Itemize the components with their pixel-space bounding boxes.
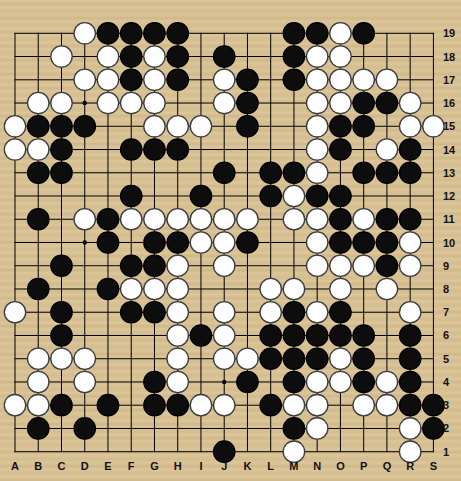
stone-black-F12[interactable] (121, 185, 142, 206)
stone-white-C18[interactable] (51, 46, 72, 67)
stone-black-M17[interactable] (283, 69, 304, 90)
stone-white-P9[interactable] (353, 255, 374, 276)
column-label: K (243, 460, 251, 472)
row-label: 7 (443, 306, 449, 318)
stone-white-O9[interactable] (330, 255, 351, 276)
stone-black-O6[interactable] (330, 325, 351, 346)
row-label: 1 (443, 446, 449, 458)
stone-black-G4[interactable] (144, 371, 165, 392)
stone-white-I10[interactable] (190, 232, 211, 253)
stone-white-N13[interactable] (306, 162, 327, 183)
stone-black-K17[interactable] (237, 69, 258, 90)
stone-white-N11[interactable] (306, 209, 327, 230)
stone-black-S3[interactable] (423, 395, 444, 416)
stone-black-Q9[interactable] (376, 255, 397, 276)
stone-black-N5[interactable] (306, 348, 327, 369)
stone-black-O12[interactable] (330, 185, 351, 206)
stone-black-B13[interactable] (28, 162, 49, 183)
stone-white-D11[interactable] (74, 209, 95, 230)
stone-white-D5[interactable] (74, 348, 95, 369)
stone-white-F8[interactable] (121, 278, 142, 299)
stone-black-G14[interactable] (144, 139, 165, 160)
stone-black-N19[interactable] (306, 23, 327, 44)
stone-black-P10[interactable] (353, 232, 374, 253)
stone-white-N16[interactable] (306, 92, 327, 113)
stone-black-F14[interactable] (121, 139, 142, 160)
stone-black-H14[interactable] (167, 139, 188, 160)
stone-black-R4[interactable] (399, 371, 420, 392)
stone-black-D15[interactable] (74, 116, 95, 137)
stone-white-N10[interactable] (306, 232, 327, 253)
stone-white-Q14[interactable] (376, 139, 397, 160)
column-label: P (360, 460, 367, 472)
stone-black-Q16[interactable] (376, 92, 397, 113)
stone-white-K11[interactable] (237, 209, 258, 230)
row-label: 19 (443, 27, 455, 39)
stone-white-B4[interactable] (28, 371, 49, 392)
stone-black-I6[interactable] (190, 325, 211, 346)
stone-black-J18[interactable] (214, 46, 235, 67)
stone-white-I15[interactable] (190, 116, 211, 137)
row-label: 16 (443, 97, 455, 109)
column-label: G (150, 460, 159, 472)
stone-black-H3[interactable] (167, 395, 188, 416)
stone-white-B5[interactable] (28, 348, 49, 369)
stone-white-R7[interactable] (399, 302, 420, 323)
stone-black-Q11[interactable] (376, 209, 397, 230)
stone-black-P4[interactable] (353, 371, 374, 392)
stone-white-N3[interactable] (306, 395, 327, 416)
stone-black-H17[interactable] (167, 69, 188, 90)
row-label: 14 (443, 144, 456, 156)
stone-white-H5[interactable] (167, 348, 188, 369)
column-labels: ABCDEFGHIJKLMNOPQRS (11, 460, 437, 472)
stone-black-K15[interactable] (237, 116, 258, 137)
stone-white-I3[interactable] (190, 395, 211, 416)
stone-black-F19[interactable] (121, 23, 142, 44)
stone-white-J10[interactable] (214, 232, 235, 253)
stone-black-G10[interactable] (144, 232, 165, 253)
stone-black-G7[interactable] (144, 302, 165, 323)
stone-black-G9[interactable] (144, 255, 165, 276)
stone-black-F7[interactable] (121, 302, 142, 323)
stone-white-O5[interactable] (330, 348, 351, 369)
stone-black-M19[interactable] (283, 23, 304, 44)
stone-black-E10[interactable] (97, 232, 118, 253)
stone-black-P16[interactable] (353, 92, 374, 113)
stone-white-N9[interactable] (306, 255, 327, 276)
stone-black-R13[interactable] (399, 162, 420, 183)
stone-white-D19[interactable] (74, 23, 95, 44)
stone-white-R2[interactable] (399, 418, 420, 439)
stone-black-C3[interactable] (51, 395, 72, 416)
stone-black-L13[interactable] (260, 162, 281, 183)
stone-white-J9[interactable] (214, 255, 235, 276)
stone-white-H11[interactable] (167, 209, 188, 230)
column-label: D (81, 460, 89, 472)
stone-white-A3[interactable] (4, 395, 25, 416)
stone-black-P5[interactable] (353, 348, 374, 369)
row-label: 3 (443, 399, 449, 411)
stone-white-F11[interactable] (121, 209, 142, 230)
stone-white-M8[interactable] (283, 278, 304, 299)
stone-white-S15[interactable] (423, 116, 444, 137)
stone-black-B11[interactable] (28, 209, 49, 230)
stone-white-O17[interactable] (330, 69, 351, 90)
stone-black-G3[interactable] (144, 395, 165, 416)
row-label: 8 (443, 283, 449, 295)
stone-white-O16[interactable] (330, 92, 351, 113)
stone-black-M18[interactable] (283, 46, 304, 67)
stone-black-Q10[interactable] (376, 232, 397, 253)
stone-black-C6[interactable] (51, 325, 72, 346)
stone-black-K16[interactable] (237, 92, 258, 113)
stone-white-H6[interactable] (167, 325, 188, 346)
stone-black-R11[interactable] (399, 209, 420, 230)
stone-white-M12[interactable] (283, 185, 304, 206)
stone-white-B14[interactable] (28, 139, 49, 160)
stone-black-E8[interactable] (97, 278, 118, 299)
stone-white-G18[interactable] (144, 46, 165, 67)
stone-white-C5[interactable] (51, 348, 72, 369)
stone-white-J3[interactable] (214, 395, 235, 416)
stone-white-P3[interactable] (353, 395, 374, 416)
stone-white-E18[interactable] (97, 46, 118, 67)
row-label: 12 (443, 190, 455, 202)
stone-black-C9[interactable] (51, 255, 72, 276)
stone-white-G15[interactable] (144, 116, 165, 137)
stone-white-J7[interactable] (214, 302, 235, 323)
stone-black-H19[interactable] (167, 23, 188, 44)
column-label: O (336, 460, 345, 472)
column-label: S (430, 460, 437, 472)
stone-black-L12[interactable] (260, 185, 281, 206)
column-label: A (11, 460, 19, 472)
stone-white-H15[interactable] (167, 116, 188, 137)
row-label: 9 (443, 260, 449, 272)
stone-white-R16[interactable] (399, 92, 420, 113)
stone-black-L6[interactable] (260, 325, 281, 346)
column-label: F (128, 460, 135, 472)
stone-black-B2[interactable] (28, 418, 49, 439)
stone-black-G19[interactable] (144, 23, 165, 44)
row-labels: 19181716151413121110987654321 (443, 27, 456, 457)
stone-white-H7[interactable] (167, 302, 188, 323)
stone-white-Q8[interactable] (376, 278, 397, 299)
stone-white-O4[interactable] (330, 371, 351, 392)
column-label: C (58, 460, 66, 472)
stone-black-Q13[interactable] (376, 162, 397, 183)
stone-black-F9[interactable] (121, 255, 142, 276)
stone-black-L3[interactable] (260, 395, 281, 416)
stone-white-Q4[interactable] (376, 371, 397, 392)
stone-black-E3[interactable] (97, 395, 118, 416)
stone-white-Q3[interactable] (376, 395, 397, 416)
stone-black-O14[interactable] (330, 139, 351, 160)
stone-white-O18[interactable] (330, 46, 351, 67)
go-board-app: ABCDEFGHIJKLMNOPQRS191817161514131211109… (0, 0, 461, 481)
stone-black-S2[interactable] (423, 418, 444, 439)
stone-black-R6[interactable] (399, 325, 420, 346)
stone-black-D2[interactable] (74, 418, 95, 439)
stone-black-N12[interactable] (306, 185, 327, 206)
stone-black-P15[interactable] (353, 116, 374, 137)
stone-black-C14[interactable] (51, 139, 72, 160)
stone-black-C15[interactable] (51, 116, 72, 137)
row-label: 4 (443, 376, 450, 388)
stone-white-J17[interactable] (214, 69, 235, 90)
stone-black-L5[interactable] (260, 348, 281, 369)
column-label: Q (383, 460, 392, 472)
stone-black-E19[interactable] (97, 23, 118, 44)
star-point (222, 380, 226, 384)
stone-white-L7[interactable] (260, 302, 281, 323)
stone-white-F16[interactable] (121, 92, 142, 113)
stone-white-D17[interactable] (74, 69, 95, 90)
stone-white-C16[interactable] (51, 92, 72, 113)
stone-black-P19[interactable] (353, 23, 374, 44)
row-label: 10 (443, 237, 455, 249)
column-label: N (313, 460, 321, 472)
stone-white-A14[interactable] (4, 139, 25, 160)
stone-white-J6[interactable] (214, 325, 235, 346)
stone-white-E17[interactable] (97, 69, 118, 90)
stone-white-B16[interactable] (28, 92, 49, 113)
row-label: 2 (443, 422, 449, 434)
stone-black-P6[interactable] (353, 325, 374, 346)
stone-black-K10[interactable] (237, 232, 258, 253)
stone-white-N7[interactable] (306, 302, 327, 323)
stone-white-P11[interactable] (353, 209, 374, 230)
stone-white-N15[interactable] (306, 116, 327, 137)
stone-white-A7[interactable] (4, 302, 25, 323)
stone-black-C13[interactable] (51, 162, 72, 183)
stone-black-F18[interactable] (121, 46, 142, 67)
row-label: 17 (443, 74, 455, 86)
stone-black-P13[interactable] (353, 162, 374, 183)
stone-white-N17[interactable] (306, 69, 327, 90)
stone-white-O19[interactable] (330, 23, 351, 44)
stone-black-O7[interactable] (330, 302, 351, 323)
stone-black-J13[interactable] (214, 162, 235, 183)
stone-white-D4[interactable] (74, 371, 95, 392)
stone-white-P17[interactable] (353, 69, 374, 90)
column-label: B (34, 460, 42, 472)
stone-black-E11[interactable] (97, 209, 118, 230)
stone-black-M13[interactable] (283, 162, 304, 183)
stone-black-O10[interactable] (330, 232, 351, 253)
stone-black-I12[interactable] (190, 185, 211, 206)
stone-white-E16[interactable] (97, 92, 118, 113)
column-label: M (289, 460, 298, 472)
column-label: E (104, 460, 111, 472)
row-label: 6 (443, 329, 449, 341)
stone-white-H9[interactable] (167, 255, 188, 276)
stone-white-I11[interactable] (190, 209, 211, 230)
stone-white-G11[interactable] (144, 209, 165, 230)
stone-black-O15[interactable] (330, 116, 351, 137)
stone-white-R15[interactable] (399, 116, 420, 137)
stone-black-C7[interactable] (51, 302, 72, 323)
stone-white-Q17[interactable] (376, 69, 397, 90)
star-point (83, 101, 87, 105)
column-label: J (221, 460, 227, 472)
stone-white-R9[interactable] (399, 255, 420, 276)
stone-white-H4[interactable] (167, 371, 188, 392)
column-label: I (199, 460, 202, 472)
stone-black-B8[interactable] (28, 278, 49, 299)
stone-black-M6[interactable] (283, 325, 304, 346)
stone-black-R14[interactable] (399, 139, 420, 160)
stone-black-H18[interactable] (167, 46, 188, 67)
row-label: 18 (443, 51, 455, 63)
stone-black-M2[interactable] (283, 418, 304, 439)
stone-white-J5[interactable] (214, 348, 235, 369)
stone-black-M7[interactable] (283, 302, 304, 323)
stone-white-O8[interactable] (330, 278, 351, 299)
stone-white-A15[interactable] (4, 116, 25, 137)
star-point (83, 240, 87, 244)
go-board[interactable]: ABCDEFGHIJKLMNOPQRS191817161514131211109… (0, 0, 461, 481)
stone-black-N6[interactable] (306, 325, 327, 346)
stone-white-N4[interactable] (306, 371, 327, 392)
stone-black-M5[interactable] (283, 348, 304, 369)
stone-black-F17[interactable] (121, 69, 142, 90)
stone-white-K5[interactable] (237, 348, 258, 369)
stone-black-B15[interactable] (28, 116, 49, 137)
stone-white-H8[interactable] (167, 278, 188, 299)
stone-white-N14[interactable] (306, 139, 327, 160)
stone-white-G17[interactable] (144, 69, 165, 90)
column-label: R (406, 460, 414, 472)
stone-black-R5[interactable] (399, 348, 420, 369)
stone-white-M3[interactable] (283, 395, 304, 416)
stone-white-G8[interactable] (144, 278, 165, 299)
row-label: 11 (443, 213, 455, 225)
stone-white-J11[interactable] (214, 209, 235, 230)
stone-black-R3[interactable] (399, 395, 420, 416)
stone-white-N18[interactable] (306, 46, 327, 67)
stone-black-M4[interactable] (283, 371, 304, 392)
stone-white-G16[interactable] (144, 92, 165, 113)
row-label: 13 (443, 167, 455, 179)
stone-black-K4[interactable] (237, 371, 258, 392)
column-label: H (174, 460, 182, 472)
stone-white-N2[interactable] (306, 418, 327, 439)
stone-white-M11[interactable] (283, 209, 304, 230)
row-label: 5 (443, 353, 449, 365)
stone-white-L8[interactable] (260, 278, 281, 299)
stone-white-B3[interactable] (28, 395, 49, 416)
row-label: 15 (443, 120, 455, 132)
stone-black-O11[interactable] (330, 209, 351, 230)
stone-white-J16[interactable] (214, 92, 235, 113)
stone-black-H10[interactable] (167, 232, 188, 253)
column-label: L (267, 460, 274, 472)
stone-white-R10[interactable] (399, 232, 420, 253)
